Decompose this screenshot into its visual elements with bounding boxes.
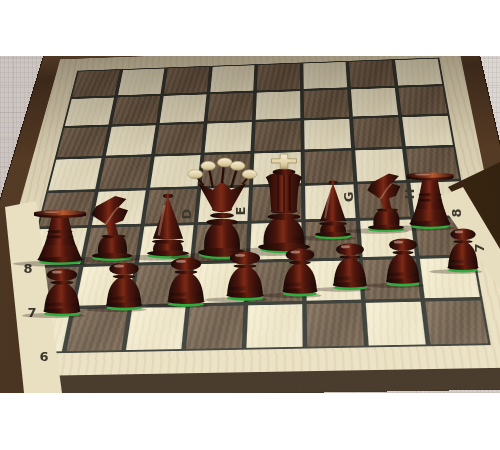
square-a5[interactable] (46, 157, 104, 192)
photo-area: 876DEGH87 (0, 56, 500, 393)
piece-dark-pawn-h7[interactable] (433, 220, 493, 275)
square-g7[interactable] (349, 87, 400, 118)
square-c6[interactable] (153, 123, 206, 156)
square-c7[interactable] (158, 93, 209, 124)
square-d6[interactable] (203, 121, 254, 154)
square-c8[interactable] (162, 66, 211, 95)
square-a6[interactable] (55, 126, 110, 159)
square-g8[interactable] (347, 59, 396, 88)
square-d8[interactable] (208, 64, 256, 93)
square-h7[interactable] (396, 85, 449, 116)
chess-photo-stage: { "game": "chess", "scene": "Overhead-an… (0, 0, 500, 450)
square-g1[interactable] (363, 300, 428, 348)
square-d7[interactable] (206, 92, 255, 123)
square-e6[interactable] (252, 119, 302, 152)
square-b8[interactable] (116, 67, 166, 96)
square-h6[interactable] (400, 114, 455, 147)
square-e7[interactable] (254, 90, 302, 121)
square-b7[interactable] (110, 95, 162, 126)
square-d1[interactable] (183, 304, 245, 351)
piece-dark-pawn-g7[interactable] (370, 229, 436, 290)
square-a7[interactable] (63, 96, 116, 127)
square-f6[interactable] (302, 118, 353, 151)
letterbox-bottom (0, 393, 500, 450)
square-g6[interactable] (351, 116, 404, 149)
square-a8[interactable] (70, 69, 121, 98)
square-f1[interactable] (304, 301, 366, 348)
square-f8[interactable] (302, 61, 349, 90)
square-f7[interactable] (302, 88, 351, 119)
letterbox-top (0, 0, 500, 56)
square-b5[interactable] (97, 155, 153, 190)
square-h1[interactable] (423, 299, 491, 347)
square-e1[interactable] (244, 302, 305, 349)
square-e8[interactable] (255, 63, 302, 92)
square-b6[interactable] (104, 124, 158, 157)
piece-dark-pawn-b7[interactable] (89, 253, 159, 314)
square-h8[interactable] (393, 58, 444, 87)
